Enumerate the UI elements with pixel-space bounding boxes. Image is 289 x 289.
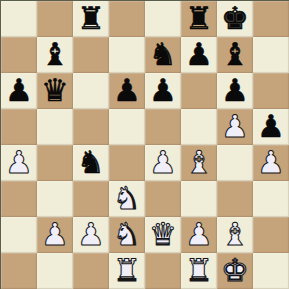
square-g2[interactable]: ♝: [217, 217, 253, 253]
square-b7[interactable]: ♝: [37, 37, 73, 73]
piece-black-bishop[interactable]: ♝: [221, 39, 249, 70]
square-e3[interactable]: [145, 181, 181, 217]
piece-black-king[interactable]: ♚: [221, 3, 249, 34]
piece-white-pawn[interactable]: ♟: [185, 219, 213, 250]
square-a3[interactable]: [1, 181, 37, 217]
square-h4[interactable]: ♟: [253, 145, 289, 181]
square-c5[interactable]: [73, 109, 109, 145]
square-h6[interactable]: [253, 73, 289, 109]
square-e8[interactable]: [145, 1, 181, 37]
square-g4[interactable]: [217, 145, 253, 181]
square-a5[interactable]: [1, 109, 37, 145]
square-b2[interactable]: ♟: [37, 217, 73, 253]
square-b8[interactable]: [37, 1, 73, 37]
square-b5[interactable]: [37, 109, 73, 145]
piece-white-king[interactable]: ♚: [221, 255, 249, 286]
piece-black-rook[interactable]: ♜: [185, 3, 213, 34]
square-e4[interactable]: ♟: [145, 145, 181, 181]
square-a2[interactable]: [1, 217, 37, 253]
square-e7[interactable]: ♞: [145, 37, 181, 73]
chess-board: ♜♜♚♝♞♟♝♟♛♟♟♟♟♟♟♞♟♝♟♞♟♟♞♛♟♝♜♜♚: [0, 0, 289, 289]
piece-black-queen[interactable]: ♛: [41, 75, 69, 106]
square-c1[interactable]: [73, 253, 109, 289]
square-d6[interactable]: ♟: [109, 73, 145, 109]
square-c2[interactable]: ♟: [73, 217, 109, 253]
square-h3[interactable]: [253, 181, 289, 217]
square-a6[interactable]: ♟: [1, 73, 37, 109]
piece-white-pawn[interactable]: ♟: [41, 219, 69, 250]
square-h5[interactable]: ♟: [253, 109, 289, 145]
piece-black-knight[interactable]: ♞: [149, 39, 177, 70]
square-d1[interactable]: ♜: [109, 253, 145, 289]
piece-white-rook[interactable]: ♜: [113, 255, 141, 286]
square-f7[interactable]: ♟: [181, 37, 217, 73]
chess-app: ♜♜♚♝♞♟♝♟♛♟♟♟♟♟♟♞♟♝♟♞♟♟♞♛♟♝♜♜♚: [0, 0, 289, 289]
piece-white-pawn[interactable]: ♟: [5, 147, 33, 178]
square-f1[interactable]: ♜: [181, 253, 217, 289]
piece-white-knight[interactable]: ♞: [113, 183, 141, 214]
square-b6[interactable]: ♛: [37, 73, 73, 109]
piece-white-rook[interactable]: ♜: [185, 255, 213, 286]
piece-black-knight[interactable]: ♞: [77, 147, 105, 178]
square-f6[interactable]: [181, 73, 217, 109]
square-e2[interactable]: ♛: [145, 217, 181, 253]
square-h7[interactable]: [253, 37, 289, 73]
piece-white-knight[interactable]: ♞: [113, 219, 141, 250]
piece-white-pawn[interactable]: ♟: [257, 147, 285, 178]
square-c8[interactable]: ♜: [73, 1, 109, 37]
square-h8[interactable]: [253, 1, 289, 37]
piece-white-pawn[interactable]: ♟: [77, 219, 105, 250]
piece-white-pawn[interactable]: ♟: [149, 147, 177, 178]
square-g7[interactable]: ♝: [217, 37, 253, 73]
square-h2[interactable]: [253, 217, 289, 253]
square-f4[interactable]: ♝: [181, 145, 217, 181]
square-a8[interactable]: [1, 1, 37, 37]
square-e5[interactable]: [145, 109, 181, 145]
piece-black-pawn[interactable]: ♟: [221, 75, 249, 106]
square-g1[interactable]: ♚: [217, 253, 253, 289]
piece-white-pawn[interactable]: ♟: [221, 111, 249, 142]
square-g5[interactable]: ♟: [217, 109, 253, 145]
piece-black-bishop[interactable]: ♝: [41, 39, 69, 70]
square-e6[interactable]: ♟: [145, 73, 181, 109]
square-g3[interactable]: [217, 181, 253, 217]
square-c4[interactable]: ♞: [73, 145, 109, 181]
piece-black-pawn[interactable]: ♟: [185, 39, 213, 70]
square-f8[interactable]: ♜: [181, 1, 217, 37]
square-d3[interactable]: ♞: [109, 181, 145, 217]
square-b3[interactable]: [37, 181, 73, 217]
piece-white-bishop[interactable]: ♝: [221, 219, 249, 250]
square-d5[interactable]: [109, 109, 145, 145]
square-a4[interactable]: ♟: [1, 145, 37, 181]
piece-black-pawn[interactable]: ♟: [257, 111, 285, 142]
square-a7[interactable]: [1, 37, 37, 73]
square-e1[interactable]: [145, 253, 181, 289]
square-g8[interactable]: ♚: [217, 1, 253, 37]
square-d7[interactable]: [109, 37, 145, 73]
square-c7[interactable]: [73, 37, 109, 73]
square-c6[interactable]: [73, 73, 109, 109]
square-d4[interactable]: [109, 145, 145, 181]
piece-black-pawn[interactable]: ♟: [113, 75, 141, 106]
square-g6[interactable]: ♟: [217, 73, 253, 109]
piece-black-pawn[interactable]: ♟: [5, 75, 33, 106]
square-b1[interactable]: [37, 253, 73, 289]
square-f5[interactable]: [181, 109, 217, 145]
piece-white-queen[interactable]: ♛: [149, 219, 177, 250]
square-c3[interactable]: [73, 181, 109, 217]
square-d8[interactable]: [109, 1, 145, 37]
square-d2[interactable]: ♞: [109, 217, 145, 253]
square-a1[interactable]: [1, 253, 37, 289]
piece-white-bishop[interactable]: ♝: [185, 147, 213, 178]
piece-black-pawn[interactable]: ♟: [149, 75, 177, 106]
square-f3[interactable]: [181, 181, 217, 217]
square-f2[interactable]: ♟: [181, 217, 217, 253]
piece-black-rook[interactable]: ♜: [77, 3, 105, 34]
square-b4[interactable]: [37, 145, 73, 181]
square-h1[interactable]: [253, 253, 289, 289]
